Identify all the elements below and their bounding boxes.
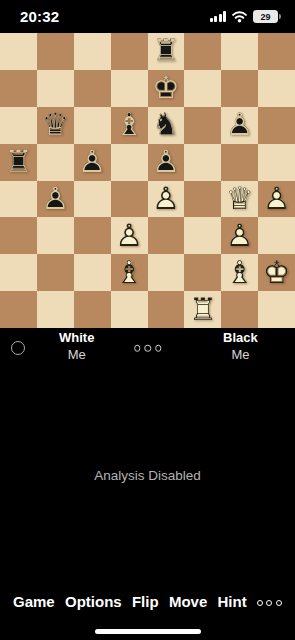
wifi-icon bbox=[231, 10, 248, 23]
square-b4[interactable]: ♟♙ bbox=[37, 181, 74, 218]
battery-percent: 29 bbox=[260, 12, 270, 22]
analysis-status-text: Analysis Disabled bbox=[94, 468, 201, 483]
square-b7[interactable] bbox=[37, 70, 74, 107]
square-d3[interactable]: ♟♙ bbox=[111, 217, 148, 254]
square-c7[interactable] bbox=[74, 70, 111, 107]
hint-button[interactable]: Hint bbox=[218, 593, 247, 610]
square-a3[interactable] bbox=[0, 217, 37, 254]
app-screen: 20:32 29 ♜♖♚♔♛♕♝♗♞♘♟♙♜♖♟♙♟♙♟♙♟♙♛♕♟♙♟♙♟♙♝… bbox=[0, 0, 295, 640]
square-e5[interactable]: ♟♙ bbox=[148, 144, 185, 181]
white-player: White Me bbox=[59, 330, 94, 362]
square-e8[interactable]: ♜♖ bbox=[148, 33, 185, 70]
square-a1[interactable] bbox=[0, 291, 37, 328]
square-f4[interactable] bbox=[184, 181, 221, 218]
square-g5[interactable] bbox=[221, 144, 258, 181]
black-pawn[interactable]: ♟♙ bbox=[37, 181, 74, 218]
square-c2[interactable] bbox=[74, 254, 111, 291]
white-player-name: Me bbox=[59, 347, 94, 362]
square-d2[interactable]: ♝♗ bbox=[111, 254, 148, 291]
square-a5[interactable]: ♜♖ bbox=[0, 144, 37, 181]
white-pawn[interactable]: ♟♙ bbox=[221, 217, 258, 254]
square-d5[interactable] bbox=[111, 144, 148, 181]
square-g1[interactable] bbox=[221, 291, 258, 328]
square-f8[interactable] bbox=[184, 33, 221, 70]
square-f5[interactable] bbox=[184, 144, 221, 181]
options-button[interactable]: Options bbox=[65, 593, 122, 610]
square-h7[interactable] bbox=[258, 70, 295, 107]
square-d8[interactable] bbox=[111, 33, 148, 70]
square-c3[interactable] bbox=[74, 217, 111, 254]
square-h1[interactable] bbox=[258, 291, 295, 328]
square-a8[interactable] bbox=[0, 33, 37, 70]
black-player-label: Black bbox=[223, 330, 258, 345]
square-f7[interactable] bbox=[184, 70, 221, 107]
square-h5[interactable] bbox=[258, 144, 295, 181]
black-rook[interactable]: ♜♖ bbox=[148, 33, 185, 70]
square-a6[interactable] bbox=[0, 107, 37, 144]
square-d1[interactable] bbox=[111, 291, 148, 328]
square-g4[interactable]: ♛♕ bbox=[221, 181, 258, 218]
chess-board[interactable]: ♜♖♚♔♛♕♝♗♞♘♟♙♜♖♟♙♟♙♟♙♟♙♛♕♟♙♟♙♟♙♝♗♝♗♚♔♜♖ bbox=[0, 33, 295, 328]
home-indicator[interactable] bbox=[95, 629, 201, 634]
white-rook[interactable]: ♜♖ bbox=[184, 291, 221, 328]
square-e1[interactable] bbox=[148, 291, 185, 328]
square-d4[interactable] bbox=[111, 181, 148, 218]
battery-icon: 29 bbox=[253, 10, 278, 23]
square-e2[interactable] bbox=[148, 254, 185, 291]
game-button[interactable]: Game bbox=[13, 593, 55, 610]
square-g7[interactable] bbox=[221, 70, 258, 107]
square-b1[interactable] bbox=[37, 291, 74, 328]
black-player: Black Me bbox=[223, 330, 258, 362]
black-bishop[interactable]: ♝♗ bbox=[111, 107, 148, 144]
square-f2[interactable] bbox=[184, 254, 221, 291]
white-king[interactable]: ♚♔ bbox=[258, 254, 295, 291]
black-king[interactable]: ♚♔ bbox=[148, 70, 185, 107]
square-h4[interactable]: ♟♙ bbox=[258, 181, 295, 218]
square-h2[interactable]: ♚♔ bbox=[258, 254, 295, 291]
players-more-icon[interactable] bbox=[134, 345, 162, 352]
square-g3[interactable]: ♟♙ bbox=[221, 217, 258, 254]
square-b8[interactable] bbox=[37, 33, 74, 70]
black-queen[interactable]: ♛♕ bbox=[37, 107, 74, 144]
more-options-icon[interactable] bbox=[257, 597, 282, 606]
square-e6[interactable]: ♞♘ bbox=[148, 107, 185, 144]
white-bishop[interactable]: ♝♗ bbox=[221, 254, 258, 291]
cellular-signal-icon bbox=[210, 11, 227, 22]
square-c5[interactable]: ♟♙ bbox=[74, 144, 111, 181]
square-b6[interactable]: ♛♕ bbox=[37, 107, 74, 144]
move-button[interactable]: Move bbox=[169, 593, 207, 610]
white-player-label: White bbox=[59, 330, 94, 345]
square-d7[interactable] bbox=[111, 70, 148, 107]
square-a4[interactable] bbox=[0, 181, 37, 218]
square-b2[interactable] bbox=[37, 254, 74, 291]
black-pawn[interactable]: ♟♙ bbox=[74, 144, 111, 181]
square-e4[interactable]: ♟♙ bbox=[148, 181, 185, 218]
square-g2[interactable]: ♝♗ bbox=[221, 254, 258, 291]
flip-button[interactable]: Flip bbox=[132, 593, 159, 610]
square-b3[interactable] bbox=[37, 217, 74, 254]
bottom-toolbar: Game Options Flip Move Hint bbox=[0, 583, 295, 640]
clock: 20:32 bbox=[20, 8, 59, 25]
square-h8[interactable] bbox=[258, 33, 295, 70]
black-player-name: Me bbox=[223, 347, 258, 362]
square-b5[interactable] bbox=[37, 144, 74, 181]
square-e3[interactable] bbox=[148, 217, 185, 254]
square-c1[interactable] bbox=[74, 291, 111, 328]
square-h6[interactable] bbox=[258, 107, 295, 144]
square-c4[interactable] bbox=[74, 181, 111, 218]
square-g8[interactable] bbox=[221, 33, 258, 70]
white-pawn[interactable]: ♟♙ bbox=[148, 181, 185, 218]
turn-indicator-circle[interactable] bbox=[11, 341, 25, 355]
square-f3[interactable] bbox=[184, 217, 221, 254]
square-f6[interactable] bbox=[184, 107, 221, 144]
square-f1[interactable]: ♜♖ bbox=[184, 291, 221, 328]
analysis-panel: Analysis Disabled bbox=[0, 368, 295, 583]
black-pawn[interactable]: ♟♙ bbox=[148, 144, 185, 181]
square-c8[interactable] bbox=[74, 33, 111, 70]
square-a2[interactable] bbox=[0, 254, 37, 291]
square-d6[interactable]: ♝♗ bbox=[111, 107, 148, 144]
square-c6[interactable] bbox=[74, 107, 111, 144]
black-rook[interactable]: ♜♖ bbox=[0, 144, 37, 181]
players-bar: White Me Black Me bbox=[0, 328, 295, 368]
black-knight[interactable]: ♞♘ bbox=[148, 107, 185, 144]
square-e7[interactable]: ♚♔ bbox=[148, 70, 185, 107]
black-pawn[interactable]: ♟♙ bbox=[221, 107, 258, 144]
square-h3[interactable] bbox=[258, 217, 295, 254]
white-pawn[interactable]: ♟♙ bbox=[258, 181, 295, 218]
square-a7[interactable] bbox=[0, 70, 37, 107]
white-queen[interactable]: ♛♕ bbox=[221, 181, 258, 218]
status-bar: 20:32 29 bbox=[0, 0, 295, 33]
white-bishop[interactable]: ♝♗ bbox=[111, 254, 148, 291]
white-pawn[interactable]: ♟♙ bbox=[111, 217, 148, 254]
square-g6[interactable]: ♟♙ bbox=[221, 107, 258, 144]
